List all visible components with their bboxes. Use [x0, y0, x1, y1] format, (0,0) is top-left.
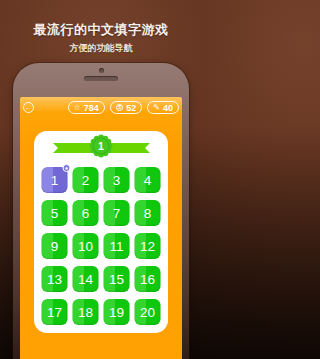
level-tile-9[interactable]: 9	[42, 233, 68, 259]
level-tile-2[interactable]: 2	[73, 167, 99, 193]
star-icon: ☆	[74, 104, 81, 112]
hud-stat-pills: ☆ 784 $ 52 ✎ 40	[68, 101, 179, 114]
level-tile-12[interactable]: 12	[135, 233, 161, 259]
stars-count: 784	[84, 103, 99, 113]
level-tile-10[interactable]: 10	[73, 233, 99, 259]
level-tile-13[interactable]: 13	[42, 266, 68, 292]
level-tile-5[interactable]: 5	[42, 200, 68, 226]
pencil-icon: ✎	[153, 104, 160, 112]
level-tile-14[interactable]: 14	[73, 266, 99, 292]
hud-bar: ← ☆ 784 $ 52 ✎ 40	[20, 101, 182, 114]
camera-dot-icon	[99, 68, 104, 73]
level-tile-18[interactable]: 18	[73, 299, 99, 325]
promo-subtitle: 方便的功能导航	[0, 42, 202, 55]
level-tile-20[interactable]: 20	[135, 299, 161, 325]
promo-header: 最流行的中文填字游戏 方便的功能导航	[0, 0, 202, 55]
chapter-badge-rosette: 1	[89, 134, 113, 158]
level-select-card: 1 1★234567891011121314151617181920	[34, 131, 168, 333]
level-tile-11[interactable]: 11	[104, 233, 130, 259]
speaker-slot	[84, 76, 118, 81]
stars-counter[interactable]: ☆ 784	[68, 101, 105, 114]
level-tile-6[interactable]: 6	[73, 200, 99, 226]
coins-counter[interactable]: $ 52	[110, 101, 143, 114]
pencils-count: 40	[163, 103, 173, 113]
level-tile-15[interactable]: 15	[104, 266, 130, 292]
level-grid: 1★234567891011121314151617181920	[42, 167, 161, 325]
level-tile-16[interactable]: 16	[135, 266, 161, 292]
coin-icon: $	[116, 104, 124, 112]
level-tile-19[interactable]: 19	[104, 299, 130, 325]
level-tile-3[interactable]: 3	[104, 167, 130, 193]
phone-frame: ← ☆ 784 $ 52 ✎ 40	[13, 63, 189, 359]
coins-count: 52	[126, 103, 136, 113]
current-level-star-badge: ★	[63, 164, 71, 172]
chapter-badge-number: 1	[98, 140, 104, 152]
promo-title: 最流行的中文填字游戏	[0, 21, 202, 39]
pencils-counter[interactable]: ✎ 40	[147, 101, 179, 114]
back-button[interactable]: ←	[23, 102, 34, 113]
app-screen: ← ☆ 784 $ 52 ✎ 40	[20, 97, 182, 359]
level-tile-7[interactable]: 7	[104, 200, 130, 226]
level-tile-1[interactable]: 1★	[42, 167, 68, 193]
level-tile-8[interactable]: 8	[135, 200, 161, 226]
level-tile-17[interactable]: 17	[42, 299, 68, 325]
level-tile-4[interactable]: 4	[135, 167, 161, 193]
